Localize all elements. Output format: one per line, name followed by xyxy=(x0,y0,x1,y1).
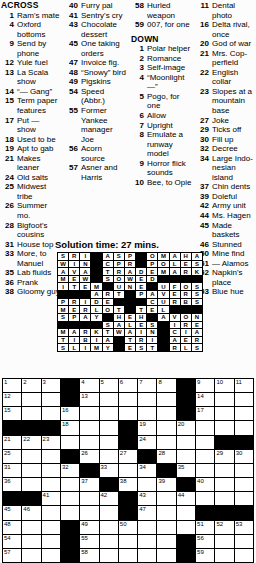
puzzle-entry-cell[interactable] xyxy=(215,492,233,505)
solution-block-cell xyxy=(58,291,68,298)
puzzle-entry-cell[interactable]: 23 xyxy=(42,436,60,449)
puzzle-entry-cell[interactable] xyxy=(42,407,60,420)
clue-number: 46 xyxy=(196,240,212,250)
puzzle-entry-cell[interactable] xyxy=(80,436,98,449)
clue-number: 55 xyxy=(65,106,81,144)
puzzle-entry-cell[interactable]: 19 xyxy=(138,421,156,434)
puzzle-entry-cell[interactable] xyxy=(100,549,118,562)
solution-block-cell xyxy=(147,314,157,321)
puzzle-entry-cell[interactable] xyxy=(235,549,253,562)
puzzle-grid: 1234567891011121314151617181920212223242… xyxy=(2,378,254,563)
puzzle-entry-cell[interactable]: 53 xyxy=(235,521,253,534)
clue-number: 38 xyxy=(1,287,17,297)
clue-down-6: 6Allow xyxy=(131,111,193,121)
solution-letter-cell: L xyxy=(158,306,168,313)
solution-letter-cell: E xyxy=(69,276,79,283)
puzzle-entry-cell[interactable]: 44 xyxy=(177,492,195,505)
puzzle-entry-cell[interactable]: 31 xyxy=(3,464,21,477)
puzzle-entry-cell[interactable]: 14 xyxy=(196,393,214,406)
clue-text: Old salts xyxy=(17,173,60,183)
puzzle-entry-cell[interactable] xyxy=(100,436,118,449)
clue-text: Ticks off xyxy=(212,125,255,135)
puzzle-entry-cell[interactable]: 57 xyxy=(3,549,21,562)
puzzle-entry-cell[interactable]: 41 xyxy=(42,492,60,505)
solution-letter-cell: O xyxy=(158,261,168,268)
clue-down-44: 44Ms. Hagen xyxy=(196,211,255,221)
puzzle-entry-cell[interactable] xyxy=(196,450,214,463)
puzzle-entry-cell[interactable] xyxy=(42,521,60,534)
puzzle-entry-cell[interactable] xyxy=(235,421,253,434)
solution-block-cell xyxy=(158,329,168,336)
puzzle-entry-cell[interactable] xyxy=(42,549,60,562)
clue-across-19: 19Apt to gab xyxy=(1,144,60,154)
puzzle-entry-cell[interactable]: 32 xyxy=(61,464,79,477)
solution-block-cell xyxy=(158,322,168,329)
clue-down-3: 3Self-image xyxy=(131,63,193,73)
puzzle-entry-cell[interactable] xyxy=(157,549,175,562)
solution-letter-cell: V xyxy=(69,268,79,275)
puzzle-entry-cell[interactable]: 7 xyxy=(138,379,156,392)
solution-letter-cell: A xyxy=(103,337,113,344)
puzzle-entry-cell[interactable] xyxy=(215,421,233,434)
puzzle-entry-cell[interactable] xyxy=(22,549,40,562)
puzzle-block-cell xyxy=(61,379,79,392)
clue-number: 56 xyxy=(65,144,81,163)
puzzle-entry-cell[interactable] xyxy=(100,450,118,463)
cell-number: 48 xyxy=(4,521,11,528)
solution-letter-cell: R xyxy=(114,268,124,275)
puzzle-entry-cell[interactable] xyxy=(235,393,253,406)
puzzle-entry-cell[interactable] xyxy=(42,450,60,463)
clue-across-25: 25Midwest tribe xyxy=(1,182,60,201)
clue-down-50: 50Mine find xyxy=(196,249,255,259)
puzzle-entry-cell[interactable] xyxy=(215,393,233,406)
solution-block-cell xyxy=(80,291,90,298)
puzzle-entry-cell[interactable] xyxy=(235,478,253,491)
puzzle-entry-cell[interactable] xyxy=(157,521,175,534)
puzzle-entry-cell[interactable] xyxy=(119,535,137,548)
solution-letter-cell: O xyxy=(147,253,157,260)
clue-text: Former Yankee manager Joe xyxy=(81,106,127,144)
puzzle-entry-cell[interactable]: 20 xyxy=(177,421,195,434)
solution-block-cell xyxy=(69,322,79,329)
cell-number: 35 xyxy=(178,464,185,471)
clue-text: Invoice fig. xyxy=(81,58,127,68)
puzzle-entry-cell[interactable] xyxy=(100,535,118,548)
puzzle-entry-cell[interactable]: 33 xyxy=(100,464,118,477)
puzzle-entry-cell[interactable] xyxy=(22,535,40,548)
clue-number: 32 xyxy=(196,144,212,154)
cell-number: 39 xyxy=(158,478,165,485)
puzzle-block-cell xyxy=(157,464,175,477)
puzzle-entry-cell[interactable]: 56 xyxy=(196,535,214,548)
puzzle-entry-cell[interactable] xyxy=(100,407,118,420)
solution-letter-cell: S xyxy=(114,253,124,260)
solution-letter-cell: R xyxy=(69,253,79,260)
clue-number: 36 xyxy=(1,278,17,288)
solution-letter-cell: I xyxy=(58,283,68,290)
puzzle-entry-cell[interactable]: 12 xyxy=(3,393,21,406)
clue-text: Blue hue xyxy=(212,287,255,297)
puzzle-entry-cell[interactable]: 34 xyxy=(138,464,156,477)
puzzle-entry-cell[interactable]: 48 xyxy=(3,521,21,534)
puzzle-block-cell xyxy=(119,421,137,434)
clue-down-51: 51— Alamos xyxy=(196,259,255,269)
cell-number: 56 xyxy=(197,535,204,542)
puzzle-entry-cell[interactable] xyxy=(196,421,214,434)
clue-text: “Snowy” bird xyxy=(81,68,127,78)
puzzle-entry-cell[interactable]: 58 xyxy=(80,549,98,562)
puzzle-entry-cell[interactable] xyxy=(100,506,118,519)
puzzle-entry-cell[interactable] xyxy=(157,436,175,449)
down-clues-list-1: 1Polar helper2Romance3Self-image4“Moonli… xyxy=(131,44,193,187)
puzzle-entry-cell[interactable]: 29 xyxy=(215,450,233,463)
clue-number: 21 xyxy=(1,154,17,173)
puzzle-entry-cell[interactable] xyxy=(22,521,40,534)
puzzle-entry-cell[interactable] xyxy=(157,393,175,406)
puzzle-entry-cell[interactable]: 10 xyxy=(215,379,233,392)
solution-letter-cell: H xyxy=(181,253,191,260)
puzzle-entry-cell[interactable] xyxy=(157,421,175,434)
solution-letter-cell: R xyxy=(170,299,180,306)
solution-letter-cell: E xyxy=(147,306,157,313)
puzzle-entry-cell[interactable]: 55 xyxy=(80,535,98,548)
puzzle-entry-cell[interactable] xyxy=(22,393,40,406)
puzzle-entry-cell[interactable]: 13 xyxy=(80,393,98,406)
clue-column-1: ACROSS 1Ram's mate4Oxford bottoms9Send b… xyxy=(1,1,60,297)
cell-number: 20 xyxy=(178,421,185,428)
solution-letter-cell: M xyxy=(91,283,101,290)
puzzle-entry-cell[interactable] xyxy=(119,549,137,562)
solution-block-cell xyxy=(114,344,124,351)
solution-letter-cell: R xyxy=(80,329,90,336)
puzzle-entry-cell[interactable] xyxy=(138,549,156,562)
clue-number: 33 xyxy=(1,249,17,268)
puzzle-entry-cell[interactable]: 46 xyxy=(22,506,40,519)
puzzle-entry-cell[interactable]: 21 xyxy=(3,436,21,449)
clue-across-24: 24Old salts xyxy=(1,173,60,183)
solution-block-cell xyxy=(125,299,135,306)
cell-number: 46 xyxy=(23,506,30,513)
solution-letter-cell: A xyxy=(91,291,101,298)
solution-letter-cell: E xyxy=(136,283,146,290)
puzzle-entry-cell[interactable]: 9 xyxy=(196,379,214,392)
puzzle-entry-cell[interactable]: 43 xyxy=(138,492,156,505)
clue-number: 19 xyxy=(1,144,17,154)
solution-letter-cell: S xyxy=(103,322,113,329)
solution-letter-cell: P xyxy=(147,261,157,268)
clue-text: Sentry's cry xyxy=(81,11,127,21)
puzzle-entry-cell[interactable]: 3 xyxy=(42,379,60,392)
puzzle-entry-cell[interactable] xyxy=(138,535,156,548)
solution-letter-cell: N xyxy=(192,314,202,321)
puzzle-entry-cell[interactable] xyxy=(119,407,137,420)
clue-across-14: 14“— Gang” xyxy=(1,87,60,97)
solution-letter-cell: I xyxy=(91,337,101,344)
puzzle-entry-cell[interactable] xyxy=(42,506,60,519)
clue-number: 2 xyxy=(131,54,147,64)
puzzle-entry-cell[interactable]: 54 xyxy=(3,535,21,548)
solution-letter-cell: A xyxy=(170,337,180,344)
solution-letter-cell: R xyxy=(136,337,146,344)
cell-number: 49 xyxy=(81,521,88,528)
clue-text: Term paper features xyxy=(17,96,60,115)
solution-block-cell xyxy=(103,314,113,321)
clue-across-9: 9Send by phone xyxy=(1,39,60,58)
cell-number: 29 xyxy=(216,450,223,457)
puzzle-entry-cell[interactable] xyxy=(235,492,253,505)
solution-block-cell xyxy=(114,299,124,306)
clue-text: 007, for one xyxy=(147,20,193,30)
puzzle-entry-cell[interactable] xyxy=(22,478,40,491)
cell-number: 11 xyxy=(236,379,242,386)
puzzle-entry-cell[interactable] xyxy=(42,464,60,477)
puzzle-block-cell xyxy=(235,436,253,449)
clue-text: Made baskets xyxy=(212,221,255,240)
puzzle-entry-cell[interactable] xyxy=(196,464,214,477)
clue-text: Lab fluids xyxy=(17,268,60,278)
puzzle-entry-cell[interactable] xyxy=(42,535,60,548)
cell-number: 33 xyxy=(101,464,108,471)
clue-text: More, to Manuel xyxy=(17,249,60,268)
cell-number: 8 xyxy=(158,379,161,386)
puzzle-entry-cell[interactable]: 51 xyxy=(196,521,214,534)
across-clues-list-2: 40Furry pal41Sentry's cry43Choco­late de… xyxy=(65,1,127,182)
puzzle-entry-cell[interactable]: 8 xyxy=(157,379,175,392)
solution-block-cell xyxy=(80,322,90,329)
puzzle-entry-cell[interactable] xyxy=(215,478,233,491)
clue-number: 21 xyxy=(196,49,212,68)
solution-letter-cell: E xyxy=(136,322,146,329)
cell-number: 2 xyxy=(23,379,26,386)
puzzle-entry-cell[interactable] xyxy=(61,436,79,449)
puzzle-entry-cell[interactable]: 25 xyxy=(3,450,21,463)
clue-across-49: 49Pigskins xyxy=(65,77,127,87)
clue-across-36: 36Prank xyxy=(1,278,60,288)
cell-number: 42 xyxy=(101,492,108,499)
puzzle-entry-cell[interactable]: 37 xyxy=(80,478,98,491)
solution-letter-cell: O xyxy=(103,306,113,313)
solution-letter-cell: Y xyxy=(91,314,101,321)
puzzle-entry-cell[interactable]: 42 xyxy=(100,492,118,505)
solution-letter-cell: O xyxy=(181,283,191,290)
puzzle-block-cell xyxy=(119,506,137,519)
clue-number: 40 xyxy=(65,1,81,11)
solution-letter-cell: I xyxy=(69,261,79,268)
puzzle-entry-cell[interactable]: 59 xyxy=(196,549,214,562)
puzzle-entry-cell[interactable] xyxy=(22,450,40,463)
puzzle-entry-cell[interactable] xyxy=(196,436,214,449)
clue-text: Romance xyxy=(147,54,193,64)
puzzle-entry-cell[interactable]: 22 xyxy=(22,436,40,449)
puzzle-entry-cell[interactable]: 26 xyxy=(80,450,98,463)
puzzle-block-cell xyxy=(215,506,233,519)
puzzle-entry-cell[interactable] xyxy=(119,393,137,406)
puzzle-entry-cell[interactable] xyxy=(235,407,253,420)
puzzle-entry-cell[interactable] xyxy=(215,407,233,420)
puzzle-entry-cell[interactable] xyxy=(138,521,156,534)
clue-text: Hurled weapon xyxy=(147,1,193,20)
puzzle-entry-cell[interactable]: 49 xyxy=(80,521,98,534)
puzzle-entry-cell[interactable]: 6 xyxy=(119,379,137,392)
solution-time-label: Solution time: 27 mins. xyxy=(55,239,159,250)
puzzle-entry-cell[interactable]: 40 xyxy=(196,478,214,491)
solution-letter-cell: F xyxy=(170,283,180,290)
puzzle-entry-cell[interactable]: 28 xyxy=(157,450,175,463)
puzzle-entry-cell[interactable] xyxy=(235,535,253,548)
puzzle-block-cell xyxy=(22,492,40,505)
clue-number: 1 xyxy=(131,44,147,54)
clue-text: Doleful xyxy=(212,192,255,202)
puzzle-entry-cell[interactable] xyxy=(138,393,156,406)
solution-letter-cell: Y xyxy=(103,344,113,351)
solution-letter-cell: E xyxy=(103,299,113,306)
puzzle-entry-cell[interactable] xyxy=(100,393,118,406)
puzzle-entry-cell[interactable] xyxy=(42,393,60,406)
solution-letter-cell: K xyxy=(192,268,202,275)
clue-number: 25 xyxy=(1,182,17,201)
puzzle-entry-cell[interactable] xyxy=(177,436,195,449)
puzzle-entry-cell[interactable] xyxy=(80,492,98,505)
solution-letter-cell: W xyxy=(114,329,124,336)
solution-letter-cell: S xyxy=(58,314,68,321)
puzzle-entry-cell[interactable]: 35 xyxy=(177,464,195,477)
puzzle-block-cell xyxy=(100,478,118,491)
puzzle-entry-cell[interactable]: 38 xyxy=(119,478,137,491)
cell-number: 57 xyxy=(4,549,11,556)
clue-across-15: 15Term paper features xyxy=(1,96,60,115)
clue-number: 17 xyxy=(1,116,17,135)
clue-across-18: 18Used to be xyxy=(1,135,60,145)
puzzle-entry-cell[interactable]: 16 xyxy=(61,407,79,420)
puzzle-entry-cell[interactable] xyxy=(80,407,98,420)
puzzle-entry-cell[interactable] xyxy=(157,407,175,420)
puzzle-entry-cell[interactable] xyxy=(157,506,175,519)
solution-letter-cell: L xyxy=(170,261,180,268)
puzzle-entry-cell[interactable]: 4 xyxy=(80,379,98,392)
solution-letter-cell: R xyxy=(181,291,191,298)
puzzle-entry-cell[interactable]: 18 xyxy=(61,421,79,434)
puzzle-entry-cell[interactable]: 1 xyxy=(3,379,21,392)
puzzle-entry-cell[interactable] xyxy=(138,407,156,420)
cell-number: 4 xyxy=(81,379,84,386)
puzzle-entry-cell[interactable] xyxy=(177,506,195,519)
clue-text: La Scala show xyxy=(17,68,60,87)
clue-number: 20 xyxy=(196,39,212,49)
solution-letter-cell: A xyxy=(103,253,113,260)
clue-number: 22 xyxy=(196,68,212,87)
puzzle-entry-cell[interactable]: 5 xyxy=(100,379,118,392)
puzzle-entry-cell[interactable] xyxy=(61,492,79,505)
puzzle-entry-cell[interactable] xyxy=(157,492,175,505)
solution-letter-cell: E xyxy=(136,276,146,283)
puzzle-entry-cell[interactable] xyxy=(61,506,79,519)
puzzle-entry-cell[interactable]: 36 xyxy=(3,478,21,491)
solution-letter-cell: R xyxy=(181,322,191,329)
puzzle-entry-cell[interactable]: 30 xyxy=(235,450,253,463)
solution-letter-cell: T xyxy=(114,291,124,298)
puzzle-entry-cell[interactable]: 52 xyxy=(215,521,233,534)
solution-block-cell xyxy=(181,306,191,313)
solution-letter-cell: A xyxy=(58,268,68,275)
clue-number: 26 xyxy=(1,201,17,220)
cell-number: 38 xyxy=(120,478,127,485)
clue-down-32: 32Decree xyxy=(196,144,255,154)
solution-letter-cell: T xyxy=(103,268,113,275)
puzzle-entry-cell[interactable]: 50 xyxy=(119,521,137,534)
clue-text: Furry pal xyxy=(81,1,127,11)
puzzle-entry-cell[interactable] xyxy=(80,421,98,434)
puzzle-entry-cell[interactable] xyxy=(42,478,60,491)
clue-down-10: 10Bee, to Opie xyxy=(131,178,193,188)
puzzle-entry-cell[interactable] xyxy=(22,464,40,477)
puzzle-entry-cell[interactable]: 17 xyxy=(196,407,214,420)
puzzle-entry-cell[interactable] xyxy=(235,464,253,477)
puzzle-entry-cell[interactable] xyxy=(100,421,118,434)
puzzle-entry-cell[interactable]: 15 xyxy=(3,407,21,420)
puzzle-entry-cell[interactable] xyxy=(215,549,233,562)
solution-grid: SRIASPOMAHAWINCPRPOLESAVATRADEMARKMEWSOW… xyxy=(57,252,203,352)
clue-across-59: 59007, for one xyxy=(131,20,193,30)
puzzle-entry-cell[interactable] xyxy=(100,521,118,534)
puzzle-entry-cell[interactable] xyxy=(196,492,214,505)
cell-number: 10 xyxy=(216,379,223,386)
solution-letter-cell: K xyxy=(91,329,101,336)
clue-number: 28 xyxy=(1,221,17,240)
solution-letter-cell: A xyxy=(192,253,202,260)
puzzle-entry-cell[interactable]: 24 xyxy=(138,436,156,449)
puzzle-entry-cell[interactable] xyxy=(61,478,79,491)
clue-number: 10 xyxy=(131,178,147,188)
puzzle-entry-cell[interactable] xyxy=(22,407,40,420)
puzzle-entry-cell[interactable]: 27 xyxy=(119,450,137,463)
clue-text: Self-image xyxy=(147,63,193,73)
puzzle-entry-cell[interactable] xyxy=(138,478,156,491)
puzzle-entry-cell[interactable] xyxy=(119,464,137,477)
puzzle-entry-cell[interactable] xyxy=(80,506,98,519)
solution-letter-cell: M xyxy=(91,344,101,351)
puzzle-entry-cell[interactable] xyxy=(215,535,233,548)
puzzle-entry-cell[interactable] xyxy=(215,464,233,477)
solution-letter-cell: B xyxy=(181,299,191,306)
cell-number: 50 xyxy=(120,521,127,528)
puzzle-entry-cell[interactable]: 47 xyxy=(138,506,156,519)
solution-block-cell xyxy=(158,276,168,283)
puzzle-entry-cell[interactable] xyxy=(177,450,195,463)
solution-letter-cell: A xyxy=(125,329,135,336)
solution-letter-cell: I xyxy=(80,253,90,260)
solution-block-cell xyxy=(136,261,146,268)
clue-text: Large Indo­nesian island xyxy=(212,154,255,183)
puzzle-entry-cell[interactable]: 39 xyxy=(157,478,175,491)
across-heading: ACROSS xyxy=(1,1,60,11)
solution-block-cell xyxy=(114,337,124,344)
puzzle-entry-cell[interactable] xyxy=(177,521,195,534)
puzzle-entry-cell[interactable]: 45 xyxy=(3,506,21,519)
clue-number: 31 xyxy=(1,240,17,250)
puzzle-entry-cell[interactable] xyxy=(157,535,175,548)
solution-letter-cell: S xyxy=(58,344,68,351)
clue-down-4: 4“Moonlight —” xyxy=(131,73,193,92)
puzzle-entry-cell[interactable]: 2 xyxy=(22,379,40,392)
cell-number: 54 xyxy=(4,535,11,542)
solution-letter-cell: O xyxy=(181,314,191,321)
solution-letter-cell: D xyxy=(147,276,157,283)
clue-across-13: 13La Scala show xyxy=(1,68,60,87)
solution-letter-cell: A xyxy=(125,268,135,275)
puzzle-entry-cell[interactable]: 11 xyxy=(235,379,253,392)
solution-letter-cell: E xyxy=(170,291,180,298)
